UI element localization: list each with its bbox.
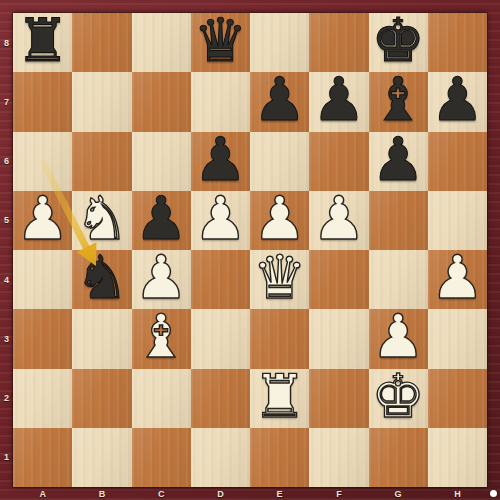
rank-label-6: 6 <box>0 132 13 191</box>
white-bishop[interactable]: ♝ <box>134 307 188 366</box>
square-h1[interactable] <box>428 428 487 487</box>
square-f7[interactable]: ♟ <box>309 72 368 131</box>
square-e8[interactable] <box>250 13 309 72</box>
square-a7[interactable] <box>13 72 72 131</box>
black-bishop[interactable]: ♝ <box>371 70 425 129</box>
black-king[interactable]: ♚ <box>371 11 425 70</box>
square-f6[interactable] <box>309 132 368 191</box>
square-d1[interactable] <box>191 428 250 487</box>
file-label-f: F <box>309 487 368 500</box>
square-g8[interactable]: ♚ <box>369 13 428 72</box>
square-a5[interactable]: ♟ <box>13 191 72 250</box>
square-e3[interactable] <box>250 309 309 368</box>
black-knight[interactable]: ♞ <box>75 248 129 307</box>
square-c8[interactable] <box>132 13 191 72</box>
square-f5[interactable]: ♟ <box>309 191 368 250</box>
rank-label-1: 1 <box>0 428 13 487</box>
black-queen[interactable]: ♛ <box>193 11 247 70</box>
square-e7[interactable]: ♟ <box>250 72 309 131</box>
file-label-c: C <box>132 487 191 500</box>
square-d5[interactable]: ♟ <box>191 191 250 250</box>
square-g5[interactable] <box>369 191 428 250</box>
white-pawn[interactable]: ♟ <box>193 189 247 248</box>
square-d3[interactable] <box>191 309 250 368</box>
square-e1[interactable] <box>250 428 309 487</box>
square-b4[interactable]: ♞ <box>72 250 131 309</box>
square-g3[interactable]: ♟ <box>369 309 428 368</box>
file-label-d: D <box>191 487 250 500</box>
square-f3[interactable] <box>309 309 368 368</box>
black-pawn[interactable]: ♟ <box>430 70 484 129</box>
rank-label-2: 2 <box>0 369 13 428</box>
square-f1[interactable] <box>309 428 368 487</box>
square-f4[interactable] <box>309 250 368 309</box>
black-rook[interactable]: ♜ <box>16 11 70 70</box>
square-c3[interactable]: ♝ <box>132 309 191 368</box>
square-c5[interactable]: ♟ <box>132 191 191 250</box>
square-f2[interactable] <box>309 369 368 428</box>
square-c6[interactable] <box>132 132 191 191</box>
square-g7[interactable]: ♝ <box>369 72 428 131</box>
file-label-a: A <box>13 487 72 500</box>
white-pawn[interactable]: ♟ <box>312 189 366 248</box>
square-d6[interactable]: ♟ <box>191 132 250 191</box>
square-d4[interactable] <box>191 250 250 309</box>
white-queen[interactable]: ♛ <box>253 248 307 307</box>
black-pawn[interactable]: ♟ <box>253 70 307 129</box>
chess-board-frame: ♜♛♚♟♟♝♟♟♟♟♞♟♟♟♟♞♟♛♟♝♟♜♚ 87654321 ABCDEFG… <box>0 0 500 500</box>
rank-label-8: 8 <box>0 13 13 72</box>
white-king[interactable]: ♚ <box>371 367 425 426</box>
square-c7[interactable] <box>132 72 191 131</box>
square-e5[interactable]: ♟ <box>250 191 309 250</box>
white-pawn[interactable]: ♟ <box>371 307 425 366</box>
square-a4[interactable] <box>13 250 72 309</box>
file-label-e: E <box>250 487 309 500</box>
square-f8[interactable] <box>309 13 368 72</box>
square-h8[interactable] <box>428 13 487 72</box>
square-e2[interactable]: ♜ <box>250 369 309 428</box>
square-a6[interactable] <box>13 132 72 191</box>
white-knight[interactable]: ♞ <box>75 189 129 248</box>
corner-indicator-dot <box>490 490 497 497</box>
square-g6[interactable]: ♟ <box>369 132 428 191</box>
square-h4[interactable]: ♟ <box>428 250 487 309</box>
square-a1[interactable] <box>13 428 72 487</box>
square-c1[interactable] <box>132 428 191 487</box>
white-pawn[interactable]: ♟ <box>16 189 70 248</box>
rank-labels: 87654321 <box>0 13 13 487</box>
file-label-h: H <box>428 487 487 500</box>
square-a3[interactable] <box>13 309 72 368</box>
rank-label-7: 7 <box>0 72 13 131</box>
square-b3[interactable] <box>72 309 131 368</box>
square-h2[interactable] <box>428 369 487 428</box>
square-g1[interactable] <box>369 428 428 487</box>
square-h5[interactable] <box>428 191 487 250</box>
square-d7[interactable] <box>191 72 250 131</box>
rank-label-3: 3 <box>0 309 13 368</box>
square-b2[interactable] <box>72 369 131 428</box>
board: ♜♛♚♟♟♝♟♟♟♟♞♟♟♟♟♞♟♛♟♝♟♜♚ <box>13 13 487 487</box>
square-b5[interactable]: ♞ <box>72 191 131 250</box>
square-d2[interactable] <box>191 369 250 428</box>
white-pawn[interactable]: ♟ <box>253 189 307 248</box>
black-pawn[interactable]: ♟ <box>193 130 247 189</box>
square-b1[interactable] <box>72 428 131 487</box>
file-label-g: G <box>369 487 428 500</box>
square-e4[interactable]: ♛ <box>250 250 309 309</box>
white-pawn[interactable]: ♟ <box>430 248 484 307</box>
black-pawn[interactable]: ♟ <box>312 70 366 129</box>
square-h6[interactable] <box>428 132 487 191</box>
white-rook[interactable]: ♜ <box>253 367 307 426</box>
square-h3[interactable] <box>428 309 487 368</box>
square-h7[interactable]: ♟ <box>428 72 487 131</box>
square-d8[interactable]: ♛ <box>191 13 250 72</box>
square-a2[interactable] <box>13 369 72 428</box>
square-c4[interactable]: ♟ <box>132 250 191 309</box>
square-b6[interactable] <box>72 132 131 191</box>
square-a8[interactable]: ♜ <box>13 13 72 72</box>
rank-label-5: 5 <box>0 191 13 250</box>
black-pawn[interactable]: ♟ <box>371 130 425 189</box>
rank-label-4: 4 <box>0 250 13 309</box>
file-labels: ABCDEFGH <box>13 487 487 500</box>
square-c2[interactable] <box>132 369 191 428</box>
square-g2[interactable]: ♚ <box>369 369 428 428</box>
file-label-b: B <box>72 487 131 500</box>
square-g4[interactable] <box>369 250 428 309</box>
white-pawn[interactable]: ♟ <box>134 248 188 307</box>
square-e6[interactable] <box>250 132 309 191</box>
black-pawn[interactable]: ♟ <box>134 189 188 248</box>
square-b8[interactable] <box>72 13 131 72</box>
square-b7[interactable] <box>72 72 131 131</box>
